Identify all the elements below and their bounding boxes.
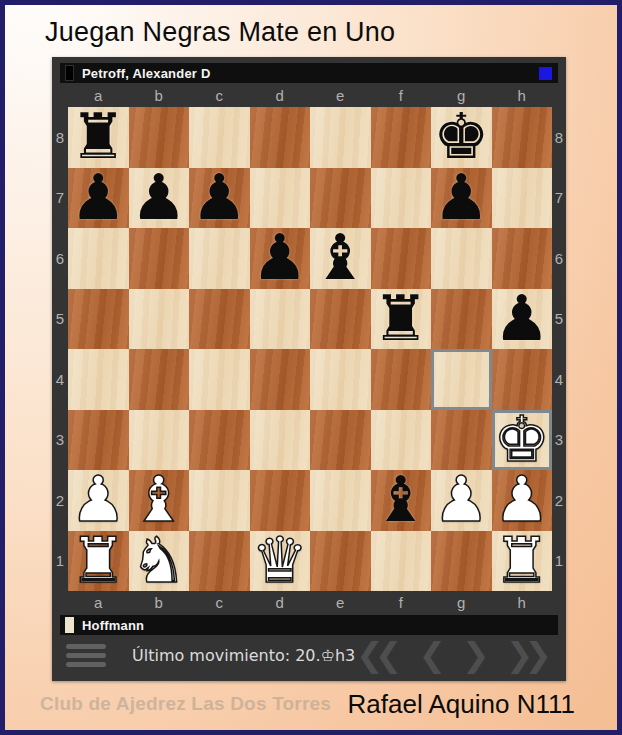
- white-king: ♚: [494, 410, 550, 471]
- black-pawn: ♟: [191, 168, 247, 229]
- square-f8[interactable]: [371, 107, 432, 168]
- rank-labels-left: 87654321: [52, 107, 68, 591]
- square-e6[interactable]: ♝: [310, 228, 371, 289]
- white-pawn: ♟: [70, 470, 126, 531]
- square-a4[interactable]: [68, 349, 129, 410]
- file-label-c: c: [189, 594, 250, 611]
- black-rook: ♜: [70, 107, 126, 168]
- square-h7[interactable]: [492, 168, 553, 229]
- square-e5[interactable]: [310, 289, 371, 350]
- blue-status-indicator: [539, 67, 552, 80]
- square-c6[interactable]: [189, 228, 250, 289]
- black-pawn: ♟: [494, 289, 550, 350]
- square-h5[interactable]: ♟: [492, 289, 553, 350]
- rank-label-3: 3: [52, 431, 68, 448]
- rank-label-4: 4: [52, 371, 68, 388]
- square-h6[interactable]: [492, 228, 553, 289]
- square-d3[interactable]: [250, 410, 311, 471]
- square-a1[interactable]: ♜: [68, 531, 129, 592]
- white-bishop: ♝: [131, 470, 187, 531]
- nav-next-button[interactable]: ❯: [462, 637, 490, 673]
- chess-widget: Petroff, Alexander D abcdefgh 87654321 ♜…: [52, 57, 566, 681]
- square-e3[interactable]: [310, 410, 371, 471]
- square-e1[interactable]: [310, 531, 371, 592]
- square-b4[interactable]: [129, 349, 190, 410]
- square-d2[interactable]: [250, 470, 311, 531]
- file-label-e: e: [310, 87, 371, 104]
- square-a2[interactable]: ♟: [68, 470, 129, 531]
- file-label-f: f: [371, 594, 432, 611]
- rank-label-6: 6: [552, 250, 566, 267]
- square-f1[interactable]: [371, 531, 432, 592]
- menu-icon[interactable]: [66, 644, 106, 667]
- square-b3[interactable]: [129, 410, 190, 471]
- square-d6[interactable]: ♟: [250, 228, 311, 289]
- rank-label-7: 7: [52, 189, 68, 206]
- file-labels-bottom: abcdefgh: [52, 591, 566, 613]
- rank-label-5: 5: [52, 310, 68, 327]
- credit-text: Rafael Aquino N111: [348, 689, 575, 720]
- square-c7[interactable]: ♟: [189, 168, 250, 229]
- player-bar-bottom: Hoffmann: [60, 615, 558, 635]
- square-b5[interactable]: [129, 289, 190, 350]
- black-side-indicator: [65, 65, 74, 81]
- square-g3[interactable]: [431, 410, 492, 471]
- square-a3[interactable]: [68, 410, 129, 471]
- rank-label-3: 3: [552, 431, 566, 448]
- square-d8[interactable]: [250, 107, 311, 168]
- file-label-c: c: [189, 87, 250, 104]
- player-name-top: Petroff, Alexander D: [82, 66, 211, 81]
- file-label-f: f: [371, 87, 432, 104]
- square-c4[interactable]: [189, 349, 250, 410]
- square-c8[interactable]: [189, 107, 250, 168]
- file-label-e: e: [310, 594, 371, 611]
- square-a6[interactable]: [68, 228, 129, 289]
- square-f2[interactable]: ♝: [371, 470, 432, 531]
- square-g6[interactable]: [431, 228, 492, 289]
- black-pawn: ♟: [433, 168, 489, 229]
- rank-label-1: 1: [52, 552, 68, 569]
- square-b1[interactable]: ♞: [129, 531, 190, 592]
- square-f6[interactable]: [371, 228, 432, 289]
- toolbar: Último movimiento: 20.♔h3 ❮❮❮❯❯❯: [52, 635, 566, 675]
- rank-label-2: 2: [552, 492, 566, 509]
- square-a5[interactable]: [68, 289, 129, 350]
- rank-labels-right: 87654321: [552, 107, 566, 591]
- square-h3[interactable]: ♚: [492, 410, 553, 471]
- square-h2[interactable]: ♟: [492, 470, 553, 531]
- file-label-d: d: [250, 87, 311, 104]
- square-c1[interactable]: [189, 531, 250, 592]
- square-h1[interactable]: ♜: [492, 531, 553, 592]
- rank-label-5: 5: [552, 310, 566, 327]
- file-label-b: b: [129, 87, 190, 104]
- rank-label-6: 6: [52, 250, 68, 267]
- square-b6[interactable]: [129, 228, 190, 289]
- square-g1[interactable]: [431, 531, 492, 592]
- square-f3[interactable]: [371, 410, 432, 471]
- white-knight: ♞: [131, 531, 187, 592]
- player-name-bottom: Hoffmann: [82, 618, 144, 633]
- square-g2[interactable]: ♟: [431, 470, 492, 531]
- rank-label-1: 1: [552, 552, 566, 569]
- nav-prev-button[interactable]: ❮: [418, 637, 446, 673]
- watermark-text: Club de Ajedrez Las Dos Torres: [40, 693, 331, 715]
- square-c5[interactable]: [189, 289, 250, 350]
- rank-label-8: 8: [52, 129, 68, 146]
- square-b7[interactable]: ♟: [129, 168, 190, 229]
- footer: Club de Ajedrez Las Dos Torres Rafael Aq…: [5, 688, 617, 720]
- square-e7[interactable]: [310, 168, 371, 229]
- square-b8[interactable]: [129, 107, 190, 168]
- white-pawn: ♟: [433, 470, 489, 531]
- rank-label-8: 8: [552, 129, 566, 146]
- black-bishop: ♝: [373, 470, 429, 531]
- white-queen: ♛: [252, 531, 308, 592]
- square-c2[interactable]: [189, 470, 250, 531]
- square-g8[interactable]: ♚: [431, 107, 492, 168]
- black-rook: ♜: [373, 289, 429, 350]
- square-a7[interactable]: ♟: [68, 168, 129, 229]
- square-d4[interactable]: [250, 349, 311, 410]
- square-g7[interactable]: ♟: [431, 168, 492, 229]
- rank-label-2: 2: [52, 492, 68, 509]
- square-f5[interactable]: ♜: [371, 289, 432, 350]
- board-frame: 87654321 ♜♚♟♟♟♟♟♝♜♟♚♟♝♝♟♟♜♞♛♜ 87654321: [52, 107, 566, 591]
- square-f4[interactable]: [371, 349, 432, 410]
- white-side-indicator: [65, 617, 74, 633]
- square-d7[interactable]: [250, 168, 311, 229]
- square-f7[interactable]: [371, 168, 432, 229]
- square-h4[interactable]: [492, 349, 553, 410]
- black-king: ♚: [433, 107, 489, 168]
- square-e4[interactable]: [310, 349, 371, 410]
- nav-first-button[interactable]: ❮❮: [356, 637, 402, 673]
- board: ♜♚♟♟♟♟♟♝♜♟♚♟♝♝♟♟♜♞♛♜: [68, 107, 552, 591]
- black-bishop: ♝: [312, 228, 368, 289]
- white-rook: ♜: [494, 531, 550, 592]
- rank-label-7: 7: [552, 189, 566, 206]
- black-pawn: ♟: [70, 168, 126, 229]
- nav-last-button[interactable]: ❯❯: [506, 637, 552, 673]
- square-g4[interactable]: [431, 349, 492, 410]
- file-label-g: g: [431, 594, 492, 611]
- last-move-label: Último movimiento: 20.♔h3: [132, 646, 355, 665]
- square-e2[interactable]: [310, 470, 371, 531]
- white-pawn: ♟: [494, 470, 550, 531]
- page-title: Juegan Negras Mate en Uno: [45, 15, 617, 49]
- square-d1[interactable]: ♛: [250, 531, 311, 592]
- square-h8[interactable]: [492, 107, 553, 168]
- square-e8[interactable]: [310, 107, 371, 168]
- square-b2[interactable]: ♝: [129, 470, 190, 531]
- file-label-h: h: [492, 87, 553, 104]
- white-rook: ♜: [70, 531, 126, 592]
- player-bar-top: Petroff, Alexander D: [60, 63, 558, 83]
- nav-group: ❮❮❮❯❯❯: [356, 637, 552, 673]
- rank-label-4: 4: [552, 371, 566, 388]
- square-d5[interactable]: [250, 289, 311, 350]
- square-g5[interactable]: [431, 289, 492, 350]
- black-pawn: ♟: [252, 228, 308, 289]
- square-c3[interactable]: [189, 410, 250, 471]
- square-a8[interactable]: ♜: [68, 107, 129, 168]
- black-pawn: ♟: [131, 168, 187, 229]
